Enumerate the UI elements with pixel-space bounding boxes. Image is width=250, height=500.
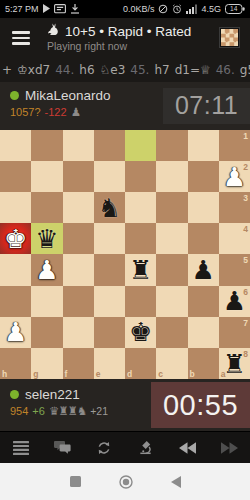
svg-text:14: 14 [230, 5, 238, 12]
game-toolbar [0, 431, 250, 463]
square-h4[interactable]: ♚ [0, 223, 31, 254]
coord-rank-4: 4 [243, 225, 248, 234]
chat-icon[interactable] [49, 441, 75, 455]
square-f6[interactable] [63, 286, 94, 317]
square-b8[interactable]: b [188, 348, 219, 379]
white-pawn[interactable]: ♟ [4, 319, 27, 345]
black-knight[interactable]: ♞ [98, 195, 121, 221]
black-queen[interactable]: ♛ [35, 226, 58, 252]
square-c8[interactable]: c [156, 348, 187, 379]
material-advantage: +21 [90, 405, 108, 417]
square-f1[interactable] [63, 130, 94, 161]
board[interactable]: 1♟2♞3♚♛4♟♜♟5♟6♟♚7hgfedcb♜8a [0, 130, 250, 379]
clock-top: 07:11 [163, 88, 250, 124]
square-a4[interactable]: 4 [219, 223, 250, 254]
coord-file-g: g [33, 370, 38, 379]
square-b6[interactable] [188, 286, 219, 317]
move[interactable]: h6 [79, 63, 94, 77]
square-e2[interactable] [94, 161, 125, 192]
status-network-type: 4.5G [201, 4, 221, 14]
square-e5[interactable] [94, 254, 125, 285]
square-c4[interactable] [156, 223, 187, 254]
square-a2[interactable]: ♟2 [219, 161, 250, 192]
square-g6[interactable] [31, 286, 62, 317]
square-f8[interactable]: f [63, 348, 94, 379]
coord-file-d: d [127, 370, 132, 379]
square-b4[interactable] [188, 223, 219, 254]
square-d3[interactable] [125, 192, 156, 223]
status-time: 5:27 PM [5, 4, 39, 14]
back-triangle-icon[interactable] [171, 476, 181, 488]
move[interactable]: ♔xd7 [17, 63, 50, 77]
rating-diff-top: -122 [45, 106, 67, 118]
move-number: 44. [55, 63, 74, 77]
square-d7[interactable]: ♚ [125, 317, 156, 348]
coord-rank-5: 5 [243, 256, 248, 265]
square-a7[interactable]: 7 [219, 317, 250, 348]
move-number: 45. [130, 63, 149, 77]
next-move-icon[interactable] [216, 442, 242, 454]
coord-file-h: h [2, 370, 7, 379]
coord-rank-2: 2 [243, 163, 248, 172]
white-pawn[interactable]: ♟ [35, 257, 58, 283]
status-bar: 5:27 PM 0.0KB/s 4.5G 14 [0, 0, 250, 18]
coord-rank-6: 6 [243, 288, 248, 297]
message-icon [54, 4, 66, 14]
square-g2[interactable] [31, 161, 62, 192]
square-c7[interactable] [156, 317, 187, 348]
online-dot [10, 390, 19, 399]
square-d6[interactable] [125, 286, 156, 317]
square-c3[interactable] [156, 192, 187, 223]
android-nav-bar [0, 463, 250, 500]
square-h7[interactable]: ♟ [0, 317, 31, 348]
square-b7[interactable] [188, 317, 219, 348]
square-f4[interactable] [63, 223, 94, 254]
square-c1[interactable] [156, 130, 187, 161]
coord-rank-1: 1 [243, 132, 248, 141]
player-bar-top: MikaLeonardo 1057? -122 ♟ 07:11 [0, 82, 250, 130]
black-king[interactable]: ♚ [129, 319, 152, 345]
square-c2[interactable] [156, 161, 187, 192]
mute-icon [158, 4, 168, 14]
captured-pieces-top: ♟ [71, 105, 80, 119]
square-a8[interactable]: ♜8a [219, 348, 250, 379]
square-a1[interactable]: 1 [219, 130, 250, 161]
square-b2[interactable] [188, 161, 219, 192]
square-c5[interactable] [156, 254, 187, 285]
square-f3[interactable] [63, 192, 94, 223]
square-b3[interactable] [188, 192, 219, 223]
square-g7[interactable] [31, 317, 62, 348]
coord-file-b: b [190, 370, 195, 379]
player-rating-bottom: 954 [10, 405, 28, 417]
black-rook[interactable]: ♜ [129, 257, 152, 283]
square-h8[interactable]: h [0, 348, 31, 379]
square-h6[interactable] [0, 286, 31, 317]
download-icon [70, 4, 80, 14]
square-e6[interactable] [94, 286, 125, 317]
square-e8[interactable]: e [94, 348, 125, 379]
square-g8[interactable]: g [31, 348, 62, 379]
coord-rank-7: 7 [243, 319, 248, 328]
signal-icon [186, 4, 197, 14]
menu-icon[interactable] [12, 31, 30, 44]
game-thumbnail[interactable] [220, 28, 239, 47]
coord-file-f: f [65, 370, 68, 379]
square-b1[interactable] [188, 130, 219, 161]
square-c6[interactable] [156, 286, 187, 317]
coord-rank-3: 3 [243, 194, 248, 203]
square-b5[interactable]: ♟ [188, 254, 219, 285]
player-name-bottom[interactable]: selen221 [25, 387, 80, 402]
square-d4[interactable] [125, 223, 156, 254]
coord-rank-8: 8 [243, 350, 248, 359]
square-e1[interactable] [94, 130, 125, 161]
square-e3[interactable]: ♞ [94, 192, 125, 223]
clock-bottom: 00:55 [151, 382, 250, 428]
battery-icon: 14 [225, 4, 245, 14]
player-rating-top: 1057? [10, 106, 41, 118]
rapid-rabbit-icon [47, 23, 60, 39]
white-king[interactable]: ♚ [4, 226, 27, 252]
rematch-icon[interactable] [91, 440, 117, 456]
move[interactable]: g5 [240, 63, 250, 77]
game-title: 10+5 • Rapid • Rated [65, 24, 191, 39]
square-f7[interactable] [63, 317, 94, 348]
square-a5[interactable]: 5 [219, 254, 250, 285]
square-e7[interactable] [94, 317, 125, 348]
move-number: 46. [216, 63, 235, 77]
square-h5[interactable] [0, 254, 31, 285]
move[interactable]: ♘e3 [100, 63, 126, 77]
recents-square-icon[interactable] [70, 476, 81, 487]
coord-file-a: a [221, 370, 226, 379]
online-dot [10, 91, 19, 100]
alarm-icon [172, 4, 182, 14]
square-g1[interactable] [31, 130, 62, 161]
phone-screen: 5:27 PM 0.0KB/s 4.5G 14 10+5 • Rapid • R… [0, 0, 250, 500]
square-h1[interactable] [0, 130, 31, 161]
square-g3[interactable] [31, 192, 62, 223]
square-g4[interactable]: ♛ [31, 223, 62, 254]
play-icon [43, 4, 50, 13]
move[interactable]: d1=♕ [175, 63, 211, 77]
square-d2[interactable] [125, 161, 156, 192]
move[interactable]: h7 [154, 63, 169, 77]
black-pawn[interactable]: ♟ [191, 257, 214, 283]
game-status: Playing right now [47, 40, 220, 52]
analysis-icon[interactable] [133, 440, 159, 455]
square-a3[interactable]: 3 [219, 192, 250, 223]
square-d5[interactable]: ♜ [125, 254, 156, 285]
square-h2[interactable] [0, 161, 31, 192]
move[interactable]: + [2, 63, 12, 77]
square-g5[interactable]: ♟ [31, 254, 62, 285]
app-header: 10+5 • Rapid • Rated Playing right now [0, 18, 250, 58]
coord-file-c: c [158, 370, 163, 379]
square-d8[interactable]: d [125, 348, 156, 379]
player-bar-bottom: selen221 954 +6 ♛♜♜♞ +21 00:55 [0, 379, 250, 431]
captured-pieces-bottom: ♛♜♜♞ [49, 404, 86, 418]
square-f2[interactable] [63, 161, 94, 192]
square-h3[interactable] [0, 192, 31, 223]
square-a6[interactable]: ♟6 [219, 286, 250, 317]
move-list-icon[interactable] [8, 441, 34, 455]
coord-file-e: e [96, 370, 101, 379]
move-list[interactable]: +♔xd744.h6♘e345.h7d1=♕46.g5♕g4# [0, 58, 250, 82]
home-circle-icon[interactable] [119, 475, 133, 489]
player-name-top[interactable]: MikaLeonardo [25, 88, 111, 103]
square-e4[interactable] [94, 223, 125, 254]
previous-move-icon[interactable] [174, 442, 200, 454]
square-d1[interactable] [125, 130, 156, 161]
status-net-speed: 0.0KB/s [123, 4, 155, 14]
square-f5[interactable] [63, 254, 94, 285]
rating-diff-bottom: +6 [32, 405, 45, 417]
